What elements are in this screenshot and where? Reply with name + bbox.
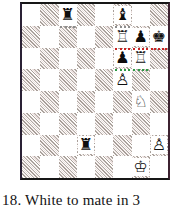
square-a6	[22, 48, 40, 70]
square-e4	[95, 91, 113, 113]
spellcheck-underline	[133, 48, 148, 50]
white-rook: ♖	[133, 50, 147, 66]
square-d1	[77, 156, 95, 178]
spellcheck-underline	[115, 26, 130, 28]
square-c6	[59, 48, 77, 70]
square-a1	[22, 156, 40, 178]
square-a5	[22, 69, 40, 91]
puzzle-caption: 18. White to mate in 3	[2, 192, 175, 209]
square-e1	[95, 156, 113, 178]
square-d5	[77, 69, 95, 91]
square-d4	[77, 91, 95, 113]
square-g8	[132, 4, 150, 26]
square-b8	[40, 4, 58, 26]
square-e5	[95, 69, 113, 91]
square-b4	[40, 91, 58, 113]
spellcheck-underline	[151, 48, 166, 50]
square-g5	[132, 69, 150, 91]
square-f3	[113, 113, 131, 135]
square-f4	[113, 91, 131, 113]
black-rook: ♜	[79, 137, 93, 153]
square-g3	[132, 113, 150, 135]
square-d3	[77, 113, 95, 135]
square-c2	[59, 135, 77, 157]
square-f2	[113, 135, 131, 157]
square-b5	[40, 69, 58, 91]
square-b7	[40, 26, 58, 48]
black-king: ♚	[152, 29, 166, 45]
square-d2: ♜	[77, 135, 95, 157]
white-knight: ♘	[133, 94, 147, 110]
black-rook: ♜	[60, 7, 74, 23]
square-h6	[150, 48, 168, 70]
square-f5: ♙	[113, 69, 131, 91]
square-b1	[40, 156, 58, 178]
square-f6: ♟	[113, 48, 131, 70]
square-g7: ♟	[132, 26, 150, 48]
square-g2	[132, 135, 150, 157]
square-c8: ♜	[59, 4, 77, 26]
square-c5	[59, 69, 77, 91]
square-c7	[59, 26, 77, 48]
square-h7: ♚	[150, 26, 168, 48]
scanned-chess-diagram-page: ♜♝♖♟♚♟♖♙♘♜♙♔ 18. White to mate in 3	[0, 0, 177, 216]
square-d7	[77, 26, 95, 48]
square-g4: ♘	[132, 91, 150, 113]
black-bishop: ♝	[115, 7, 129, 23]
square-g1: ♔	[132, 156, 150, 178]
square-e2	[95, 135, 113, 157]
square-a7	[22, 26, 40, 48]
white-rook: ♖	[115, 29, 129, 45]
square-a8	[22, 4, 40, 26]
square-e8	[95, 4, 113, 26]
square-f1	[113, 156, 131, 178]
square-h8	[150, 4, 168, 26]
black-pawn: ♟	[133, 29, 147, 45]
square-b3	[40, 113, 58, 135]
chess-board: ♜♝♖♟♚♟♖♙♘♜♙♔	[20, 2, 170, 180]
white-pawn: ♙	[152, 137, 166, 153]
square-b2	[40, 135, 58, 157]
white-pawn: ♙	[115, 72, 129, 88]
spellcheck-underline	[133, 69, 148, 71]
square-a4	[22, 91, 40, 113]
square-h3	[150, 113, 168, 135]
square-e6	[95, 48, 113, 70]
square-h4	[150, 91, 168, 113]
spellcheck-underline	[60, 26, 75, 28]
square-d6	[77, 48, 95, 70]
black-pawn: ♟	[115, 50, 129, 66]
square-a3	[22, 113, 40, 135]
square-e3	[95, 113, 113, 135]
square-h1	[150, 156, 168, 178]
white-king: ♔	[133, 159, 147, 175]
square-c1	[59, 156, 77, 178]
spellcheck-underline	[115, 48, 130, 50]
square-h2: ♙	[150, 135, 168, 157]
square-f7: ♖	[113, 26, 131, 48]
square-e7	[95, 26, 113, 48]
square-g6: ♖	[132, 48, 150, 70]
square-d8	[77, 4, 95, 26]
square-h5	[150, 69, 168, 91]
square-a2	[22, 135, 40, 157]
square-f8: ♝	[113, 4, 131, 26]
spellcheck-underline	[115, 69, 130, 71]
square-c3	[59, 113, 77, 135]
square-b6	[40, 48, 58, 70]
square-c4	[59, 91, 77, 113]
